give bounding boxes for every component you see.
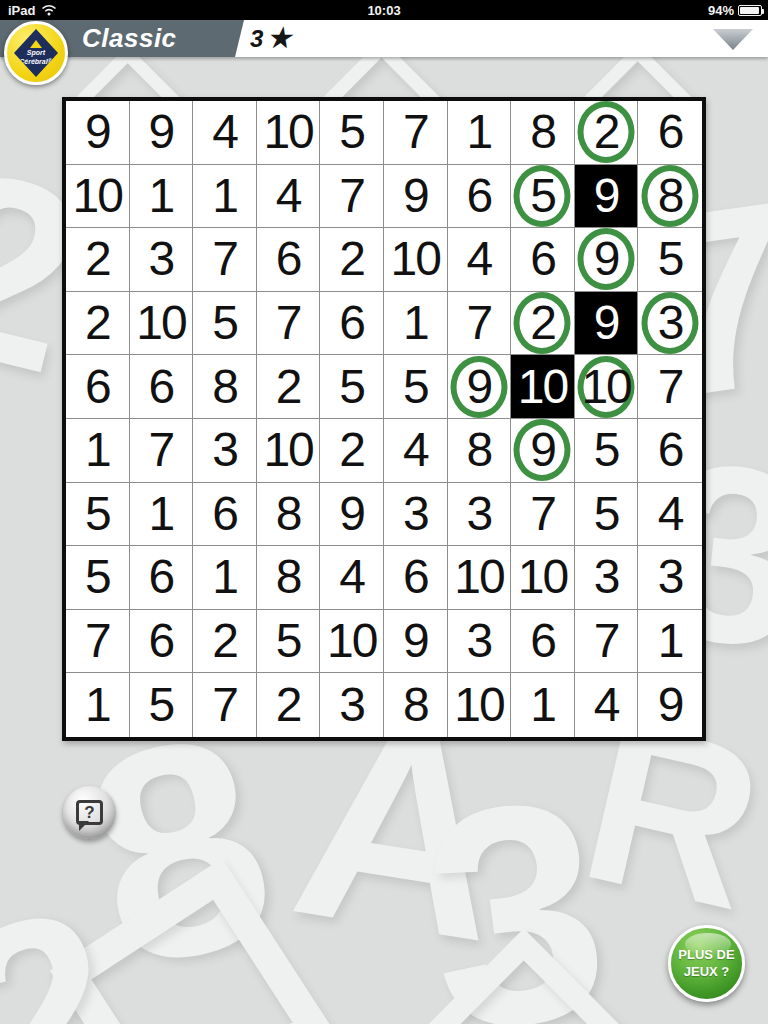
cell-number: 7 [339,172,364,220]
cell-number: 3 [658,299,683,347]
grid-cell-r2c9[interactable]: 9 [575,165,639,229]
cell-number: 8 [403,681,428,729]
grid-cell-r2c5[interactable]: 7 [320,165,384,229]
grid-cell-r7c2[interactable]: 1 [130,483,194,547]
star-icon: ★ [265,20,298,55]
cell-number: 5 [276,617,301,665]
grid-cell-r2c6[interactable]: 9 [384,165,448,229]
hitori-board: 9941057182610114796598237621046952105761… [62,97,706,741]
cell-number: 4 [212,108,237,156]
grid-cell-r9c3[interactable]: 2 [193,610,257,674]
cell-number: 5 [85,490,110,538]
cell-number: 8 [276,553,301,601]
cell-number: 9 [149,108,174,156]
cell-number: 9 [85,108,110,156]
grid-cell-r3c4[interactable]: 6 [257,228,321,292]
grid-cell-r9c1[interactable]: 7 [66,610,130,674]
cell-number: 5 [339,108,364,156]
cell-number: 5 [149,681,174,729]
grid-cell-r4c9[interactable]: 9 [575,292,639,356]
cell-number: 9 [594,299,619,347]
more-games-button[interactable]: PLUS DE JEUX ? [668,925,745,1002]
cell-number: 8 [212,363,237,411]
cell-number: 6 [276,235,301,283]
grid-cell-r7c5[interactable]: 9 [320,483,384,547]
grid-cell-r10c9[interactable]: 4 [575,673,639,737]
cell-number: 4 [467,235,492,283]
logo-diamond: Sport Cérébral® [14,29,58,77]
grid-cell-r10c6[interactable]: 8 [384,673,448,737]
cell-number: 6 [149,553,174,601]
grid-cell-r8c10[interactable]: 3 [638,546,702,610]
grid-cell-r6c9[interactable]: 5 [575,419,639,483]
cell-number: 6 [149,363,174,411]
grid-cell-r2c10[interactable]: 8 [638,165,702,229]
cell-number: 5 [530,172,555,220]
cell-number: 7 [467,299,492,347]
grid-cell-r9c10[interactable]: 1 [638,610,702,674]
cell-number: 9 [594,172,619,220]
grid-cell-r7c8[interactable]: 7 [511,483,575,547]
cell-number: 4 [276,172,301,220]
logo-text-line2: Cérébral® [19,58,53,66]
grid-cell-r3c10[interactable]: 5 [638,228,702,292]
grid-cell-r7c1[interactable]: 5 [66,483,130,547]
grid-cell-r5c2[interactable]: 6 [130,355,194,419]
grid-cell-r6c10[interactable]: 6 [638,419,702,483]
cell-number: 1 [403,299,428,347]
cell-number: 5 [212,299,237,347]
mode-title: Classic [82,23,177,54]
cell-number: 4 [594,681,619,729]
battery-icon [738,5,762,16]
grid-cell-r3c7[interactable]: 4 [448,228,512,292]
grid-cell-r10c10[interactable]: 9 [638,673,702,737]
cell-number: 1 [149,490,174,538]
grid-cell-r4c7[interactable]: 7 [448,292,512,356]
cell-number: 7 [85,617,110,665]
cell-number: 3 [149,235,174,283]
grid-cell-r7c3[interactable]: 6 [193,483,257,547]
cell-number: 7 [212,681,237,729]
grid-cell-r9c8[interactable]: 6 [511,610,575,674]
grid-cell-r5c5[interactable]: 5 [320,355,384,419]
cell-number: 6 [530,235,555,283]
grid-cell-r3c2[interactable]: 3 [130,228,194,292]
cell-number: 8 [467,426,492,474]
cell-number: 9 [594,235,619,283]
cell-number: 6 [530,617,555,665]
cell-number: 3 [339,681,364,729]
battery-percent: 94% [708,3,734,18]
help-icon: ? [76,800,103,825]
cell-number: 9 [403,172,428,220]
cell-number: 3 [658,553,683,601]
grid-cell-r5c3[interactable]: 8 [193,355,257,419]
grid-cell-r8c2[interactable]: 6 [130,546,194,610]
cell-number: 10 [454,681,503,729]
cell-number: 5 [85,553,110,601]
cell-number: 1 [212,553,237,601]
grid-cell-r5c4[interactable]: 2 [257,355,321,419]
cell-number: 7 [276,299,301,347]
help-button[interactable]: ? [63,786,116,839]
cell-number: 10 [391,235,440,283]
status-bar: iPad 10:03 94% [0,0,768,20]
cell-number: 4 [658,490,683,538]
grid-cell-r10c8[interactable]: 1 [511,673,575,737]
grid-cell-r8c4[interactable]: 8 [257,546,321,610]
grid-cell-r1c1[interactable]: 9 [66,101,130,165]
grid-cell-r9c7[interactable]: 3 [448,610,512,674]
cell-number: 8 [276,490,301,538]
cell-number: 6 [658,108,683,156]
grid-cell-r7c4[interactable]: 8 [257,483,321,547]
sport-cerebral-logo[interactable]: Sport Cérébral® [4,21,68,85]
more-games-line1: PLUS DE [678,947,734,964]
grid-cell-r4c1[interactable]: 2 [66,292,130,356]
grid-cell-r2c7[interactable]: 6 [448,165,512,229]
cell-number: 7 [594,617,619,665]
grid-cell-r10c2[interactable]: 5 [130,673,194,737]
cell-number: 9 [530,426,555,474]
grid-cell-r6c5[interactable]: 2 [320,419,384,483]
grid-cell-r1c4[interactable]: 10 [257,101,321,165]
cell-number: 10 [73,172,122,220]
grid-cell-r9c5[interactable]: 10 [320,610,384,674]
cell-number: 2 [594,108,619,156]
difficulty-indicator: 3 ★ [250,20,295,57]
grid-cell-r4c5[interactable]: 6 [320,292,384,356]
device-label: iPad [8,3,35,18]
difficulty-level: 3 [250,25,263,53]
cell-number: 2 [85,299,110,347]
cell-number: 2 [530,299,555,347]
grid-cell-r3c3[interactable]: 7 [193,228,257,292]
grid-cell-r1c2[interactable]: 9 [130,101,194,165]
grid-cell-r4c6[interactable]: 1 [384,292,448,356]
cell-number: 4 [403,426,428,474]
cell-number: 9 [658,681,683,729]
cell-number: 2 [212,617,237,665]
cell-number: 10 [518,553,567,601]
grid-cell-r9c2[interactable]: 6 [130,610,194,674]
cell-number: 10 [581,363,630,411]
grid-cell-r7c9[interactable]: 5 [575,483,639,547]
grid-cell-r8c6[interactable]: 6 [384,546,448,610]
cell-number: 1 [467,108,492,156]
clock: 10:03 [0,3,768,18]
cell-number: 9 [467,363,492,411]
grid-cell-r9c4[interactable]: 5 [257,610,321,674]
grid-cell-r5c10[interactable]: 7 [638,355,702,419]
grid-cell-r8c9[interactable]: 3 [575,546,639,610]
grid-cell-r9c6[interactable]: 9 [384,610,448,674]
logo-text-line1: Sport [19,49,53,57]
cell-number: 6 [85,363,110,411]
help-glyph: ? [84,803,94,823]
dropdown-chevron-icon[interactable] [713,29,753,50]
grid-cell-r8c3[interactable]: 1 [193,546,257,610]
cell-number: 1 [85,681,110,729]
cell-number: 2 [339,426,364,474]
cell-number: 2 [85,235,110,283]
grid-cell-r7c10[interactable]: 4 [638,483,702,547]
cell-number: 3 [212,426,237,474]
cell-number: 4 [339,553,364,601]
cell-number: 9 [339,490,364,538]
grid-cell-r10c1[interactable]: 1 [66,673,130,737]
cell-number: 10 [327,617,376,665]
cell-number: 7 [212,235,237,283]
grid-cell-r1c3[interactable]: 4 [193,101,257,165]
grid-cell-r7c6[interactable]: 3 [384,483,448,547]
cell-number: 6 [339,299,364,347]
grid-cell-r1c9[interactable]: 2 [575,101,639,165]
grid-cell-r6c1[interactable]: 1 [66,419,130,483]
grid-cell-r3c5[interactable]: 2 [320,228,384,292]
cell-number: 5 [403,363,428,411]
cell-number: 7 [149,426,174,474]
grid-cell-r2c4[interactable]: 4 [257,165,321,229]
grid-cell-r3c6[interactable]: 10 [384,228,448,292]
cell-number: 1 [530,681,555,729]
cell-number: 10 [263,426,312,474]
cell-number: 7 [403,108,428,156]
cell-number: 2 [276,681,301,729]
grid-cell-r1c6[interactable]: 7 [384,101,448,165]
grid-cell-r2c1[interactable]: 10 [66,165,130,229]
grid-cell-r10c5[interactable]: 3 [320,673,384,737]
grid-cell-r4c4[interactable]: 7 [257,292,321,356]
grid-cell-r1c7[interactable]: 1 [448,101,512,165]
cell-number: 6 [212,490,237,538]
grid-cell-r4c3[interactable]: 5 [193,292,257,356]
cell-number: 6 [467,172,492,220]
grid-cell-r10c3[interactable]: 7 [193,673,257,737]
grid-cell-r5c1[interactable]: 6 [66,355,130,419]
grid-cell-r5c6[interactable]: 5 [384,355,448,419]
grid-cell-r3c1[interactable]: 2 [66,228,130,292]
cell-number: 8 [658,172,683,220]
cell-number: 5 [594,490,619,538]
cell-number: 6 [658,426,683,474]
grid-cell-r8c8[interactable]: 10 [511,546,575,610]
cell-number: 3 [594,553,619,601]
grid-cell-r9c9[interactable]: 7 [575,610,639,674]
cell-number: 3 [467,617,492,665]
grid-cell-r4c10[interactable]: 3 [638,292,702,356]
cell-number: 5 [594,426,619,474]
cell-number: 5 [658,235,683,283]
grid-cell-r1c10[interactable]: 6 [638,101,702,165]
logo-triangle-icon [30,40,42,48]
more-games-line2: JEUX ? [684,964,730,981]
grid-cell-r5c8[interactable]: 10 [511,355,575,419]
cell-number: 1 [212,172,237,220]
cell-number: 8 [530,108,555,156]
grid-cell-r4c2[interactable]: 10 [130,292,194,356]
grid-cell-r6c6[interactable]: 4 [384,419,448,483]
cell-number: 10 [454,553,503,601]
grid-cell-r2c3[interactable]: 1 [193,165,257,229]
grid-cell-r6c3[interactable]: 3 [193,419,257,483]
cell-number: 7 [658,363,683,411]
grid-cell-r10c7[interactable]: 10 [448,673,512,737]
grid-cell-r1c5[interactable]: 5 [320,101,384,165]
cell-number: 1 [85,426,110,474]
cell-number: 10 [136,299,185,347]
grid-cell-r2c8[interactable]: 5 [511,165,575,229]
cell-number: 6 [403,553,428,601]
wifi-icon [41,4,57,16]
grid-cell-r1c8[interactable]: 8 [511,101,575,165]
grid-cell-r5c9[interactable]: 10 [575,355,639,419]
grid-cell-r10c4[interactable]: 2 [257,673,321,737]
cell-number: 10 [263,108,312,156]
grid-cell-r4c8[interactable]: 2 [511,292,575,356]
cell-number: 7 [530,490,555,538]
grid-cell-r6c2[interactable]: 7 [130,419,194,483]
grid-cell-r6c7[interactable]: 8 [448,419,512,483]
cell-number: 10 [518,363,567,411]
grid-cell-r6c4[interactable]: 10 [257,419,321,483]
grid-cell-r8c5[interactable]: 4 [320,546,384,610]
cell-number: 2 [276,363,301,411]
grid-cell-r6c8[interactable]: 9 [511,419,575,483]
cell-number: 1 [149,172,174,220]
cell-number: 6 [149,617,174,665]
cell-number: 9 [403,617,428,665]
header-bar: Classic 3 ★ [0,20,768,57]
cell-number: 5 [339,363,364,411]
grid-cell-r2c2[interactable]: 1 [130,165,194,229]
cell-number: 3 [403,490,428,538]
grid-cell-r3c8[interactable]: 6 [511,228,575,292]
grid-cell-r8c1[interactable]: 5 [66,546,130,610]
cell-number: 1 [658,617,683,665]
grid-cell-r3c9[interactable]: 9 [575,228,639,292]
cell-number: 3 [467,490,492,538]
grid-cell-r5c7[interactable]: 9 [448,355,512,419]
grid-cell-r8c7[interactable]: 10 [448,546,512,610]
cell-number: 2 [339,235,364,283]
app-screen: ◇◇◇2738◇A3◇R2 iPad 10:03 94% Classic 3 ★ [0,0,768,1024]
grid-cell-r7c7[interactable]: 3 [448,483,512,547]
